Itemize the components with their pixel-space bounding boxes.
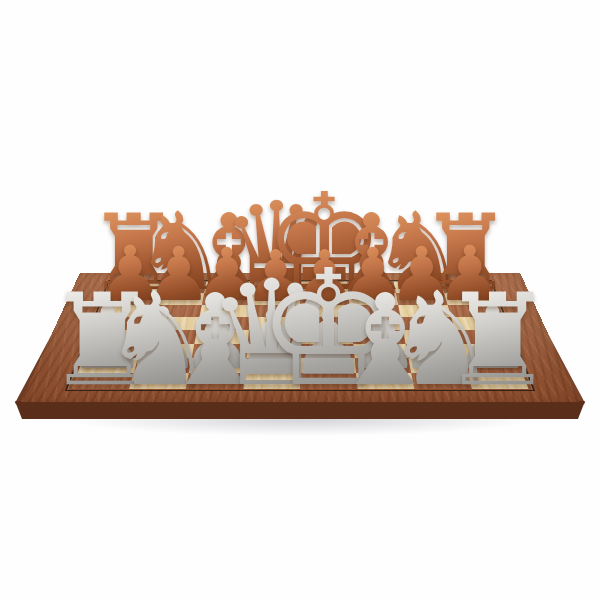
square-b6[interactable] bbox=[149, 305, 202, 317]
square-h2[interactable] bbox=[463, 358, 523, 373]
square-e2[interactable] bbox=[300, 358, 356, 373]
board-border bbox=[20, 273, 579, 402]
chess-set-photo: ♜♞♝♛♚♝♞♜♟♟♟♟♟♟♟♟♟♟♟♟♟♟♟♟♜♞♝♛♚♝♞♜ bbox=[0, 0, 600, 600]
square-d3[interactable] bbox=[246, 344, 300, 358]
square-e7[interactable] bbox=[300, 293, 349, 305]
square-f1[interactable] bbox=[356, 373, 415, 389]
square-a8[interactable] bbox=[108, 282, 159, 293]
square-f8[interactable] bbox=[347, 282, 396, 293]
square-g6[interactable] bbox=[398, 305, 451, 317]
square-d1[interactable] bbox=[243, 373, 300, 389]
square-h6[interactable] bbox=[447, 305, 501, 317]
square-f5[interactable] bbox=[350, 317, 403, 330]
square-c7[interactable] bbox=[202, 293, 252, 305]
scene bbox=[0, 0, 600, 600]
square-h7[interactable] bbox=[444, 293, 496, 305]
square-d6[interactable] bbox=[250, 305, 300, 317]
square-h8[interactable] bbox=[440, 282, 491, 293]
square-c4[interactable] bbox=[194, 330, 248, 344]
square-g4[interactable] bbox=[403, 330, 458, 344]
square-b1[interactable] bbox=[129, 373, 189, 389]
square-h1[interactable] bbox=[467, 373, 529, 389]
square-b2[interactable] bbox=[133, 358, 192, 373]
square-d2[interactable] bbox=[244, 358, 300, 373]
square-b4[interactable] bbox=[142, 330, 197, 344]
square-c1[interactable] bbox=[186, 373, 245, 389]
square-c5[interactable] bbox=[197, 317, 250, 330]
square-g5[interactable] bbox=[400, 317, 454, 330]
square-f3[interactable] bbox=[353, 344, 409, 358]
square-g1[interactable] bbox=[411, 373, 471, 389]
square-d4[interactable] bbox=[247, 330, 300, 344]
square-b3[interactable] bbox=[137, 344, 194, 358]
square-e1[interactable] bbox=[300, 373, 357, 389]
square-e6[interactable] bbox=[300, 305, 350, 317]
square-b5[interactable] bbox=[146, 317, 200, 330]
square-f7[interactable] bbox=[348, 293, 398, 305]
square-a6[interactable] bbox=[99, 305, 153, 317]
square-g8[interactable] bbox=[394, 282, 444, 293]
square-c2[interactable] bbox=[189, 358, 246, 373]
square-a3[interactable] bbox=[83, 344, 141, 358]
square-h3[interactable] bbox=[458, 344, 516, 358]
square-a7[interactable] bbox=[104, 293, 156, 305]
square-e8[interactable] bbox=[300, 282, 348, 293]
square-h4[interactable] bbox=[454, 330, 511, 344]
square-h5[interactable] bbox=[451, 317, 506, 330]
board-grid bbox=[71, 282, 528, 390]
square-b7[interactable] bbox=[153, 293, 204, 305]
square-g7[interactable] bbox=[396, 293, 447, 305]
chess-board bbox=[20, 273, 579, 402]
square-f4[interactable] bbox=[351, 330, 405, 344]
square-g3[interactable] bbox=[406, 344, 463, 358]
square-a5[interactable] bbox=[94, 317, 149, 330]
square-c8[interactable] bbox=[204, 282, 253, 293]
square-c6[interactable] bbox=[200, 305, 251, 317]
square-f6[interactable] bbox=[349, 305, 400, 317]
square-d8[interactable] bbox=[252, 282, 300, 293]
square-e3[interactable] bbox=[300, 344, 354, 358]
square-e5[interactable] bbox=[300, 317, 351, 330]
square-d5[interactable] bbox=[249, 317, 300, 330]
playing-area bbox=[65, 280, 535, 390]
square-a1[interactable] bbox=[71, 373, 133, 389]
square-b8[interactable] bbox=[156, 282, 206, 293]
square-a2[interactable] bbox=[77, 358, 137, 373]
square-d7[interactable] bbox=[251, 293, 300, 305]
square-a4[interactable] bbox=[89, 330, 146, 344]
square-c3[interactable] bbox=[192, 344, 248, 358]
square-e4[interactable] bbox=[300, 330, 353, 344]
square-f2[interactable] bbox=[354, 358, 411, 373]
square-g2[interactable] bbox=[408, 358, 467, 373]
